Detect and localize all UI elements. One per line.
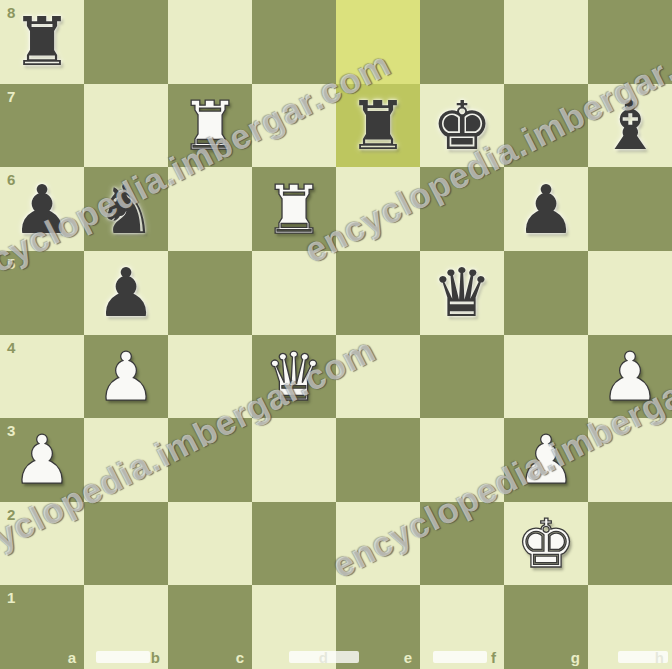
- watermark-strip: [96, 651, 150, 663]
- square-d5: [252, 251, 336, 335]
- square-b7: [84, 84, 168, 168]
- file-label-f: f: [491, 650, 496, 665]
- square-e2: [336, 502, 420, 586]
- square-e8: [336, 0, 420, 84]
- black-rook: ♜: [348, 93, 408, 160]
- square-c7: ♜: [168, 84, 252, 168]
- square-b4: ♟: [84, 335, 168, 419]
- rank-label-1: 1: [7, 590, 15, 605]
- black-bishop: ♝: [600, 93, 660, 160]
- square-f7: ♚: [420, 84, 504, 168]
- square-a7: 7: [0, 84, 84, 168]
- square-g2: ♚: [504, 502, 588, 586]
- square-h4: ♟: [588, 335, 672, 419]
- rank-label-7: 7: [7, 89, 15, 104]
- square-d4: ♛: [252, 335, 336, 419]
- square-a2: 2: [0, 502, 84, 586]
- square-a1: 1a: [0, 585, 84, 669]
- black-pawn: ♟: [12, 177, 72, 244]
- square-e6: [336, 167, 420, 251]
- square-h6: [588, 167, 672, 251]
- file-label-b: b: [151, 650, 160, 665]
- square-g6: ♟: [504, 167, 588, 251]
- rank-label-4: 4: [7, 340, 15, 355]
- square-c3: [168, 418, 252, 502]
- square-d6: ♜: [252, 167, 336, 251]
- file-label-e: e: [404, 650, 412, 665]
- square-e5: [336, 251, 420, 335]
- square-f5: ♛: [420, 251, 504, 335]
- watermark-strip: [433, 651, 487, 663]
- square-a3: ♟3: [0, 418, 84, 502]
- white-queen: ♛: [264, 344, 324, 411]
- chess-board: ♜87♜♜♚♝♟6♞♜♟5♟♛4♟♛♟♟3♟2♚1abcdefgh: [0, 0, 672, 669]
- rank-label-3: 3: [7, 423, 15, 438]
- square-h3: [588, 418, 672, 502]
- black-knight: ♞: [96, 177, 156, 244]
- square-h8: [588, 0, 672, 84]
- square-f6: [420, 167, 504, 251]
- white-pawn: ♟: [600, 344, 660, 411]
- white-pawn: ♟: [516, 427, 576, 494]
- file-label-c: c: [236, 650, 244, 665]
- square-c2: [168, 502, 252, 586]
- square-d2: [252, 502, 336, 586]
- black-king: ♚: [432, 93, 492, 160]
- square-h2: [588, 502, 672, 586]
- square-e7: ♜: [336, 84, 420, 168]
- square-c8: [168, 0, 252, 84]
- square-b5: ♟: [84, 251, 168, 335]
- square-c6: [168, 167, 252, 251]
- square-b3: [84, 418, 168, 502]
- black-queen: ♛: [432, 260, 492, 327]
- square-b8: [84, 0, 168, 84]
- square-f4: [420, 335, 504, 419]
- black-pawn: ♟: [96, 260, 156, 327]
- square-d8: [252, 0, 336, 84]
- square-g8: [504, 0, 588, 84]
- square-f2: [420, 502, 504, 586]
- square-a6: ♟6: [0, 167, 84, 251]
- square-c5: [168, 251, 252, 335]
- square-h7: ♝: [588, 84, 672, 168]
- file-label-g: g: [571, 650, 580, 665]
- watermark-strip: [618, 651, 668, 663]
- chess-diagram: ♜87♜♜♚♝♟6♞♜♟5♟♛4♟♛♟♟3♟2♚1abcdefgh encycl…: [0, 0, 672, 669]
- rank-label-8: 8: [7, 5, 15, 20]
- square-g5: [504, 251, 588, 335]
- square-a8: ♜8: [0, 0, 84, 84]
- square-c4: [168, 335, 252, 419]
- square-h5: [588, 251, 672, 335]
- rank-label-5: 5: [7, 256, 15, 271]
- square-c1: c: [168, 585, 252, 669]
- rank-label-2: 2: [7, 507, 15, 522]
- rank-label-6: 6: [7, 172, 15, 187]
- black-rook: ♜: [12, 9, 72, 76]
- square-b6: ♞: [84, 167, 168, 251]
- square-g1: g: [504, 585, 588, 669]
- square-g3: ♟: [504, 418, 588, 502]
- square-f3: [420, 418, 504, 502]
- black-pawn: ♟: [516, 177, 576, 244]
- white-pawn: ♟: [96, 344, 156, 411]
- square-f8: [420, 0, 504, 84]
- watermark-strip: [289, 651, 359, 663]
- white-rook: ♜: [180, 93, 240, 160]
- square-e4: [336, 335, 420, 419]
- white-pawn: ♟: [12, 427, 72, 494]
- square-a4: 4: [0, 335, 84, 419]
- square-e3: [336, 418, 420, 502]
- square-g4: [504, 335, 588, 419]
- square-a5: 5: [0, 251, 84, 335]
- white-king: ♚: [516, 511, 576, 578]
- square-b2: [84, 502, 168, 586]
- white-rook: ♜: [264, 177, 324, 244]
- square-d3: [252, 418, 336, 502]
- square-d7: [252, 84, 336, 168]
- square-g7: [504, 84, 588, 168]
- file-label-a: a: [68, 650, 76, 665]
